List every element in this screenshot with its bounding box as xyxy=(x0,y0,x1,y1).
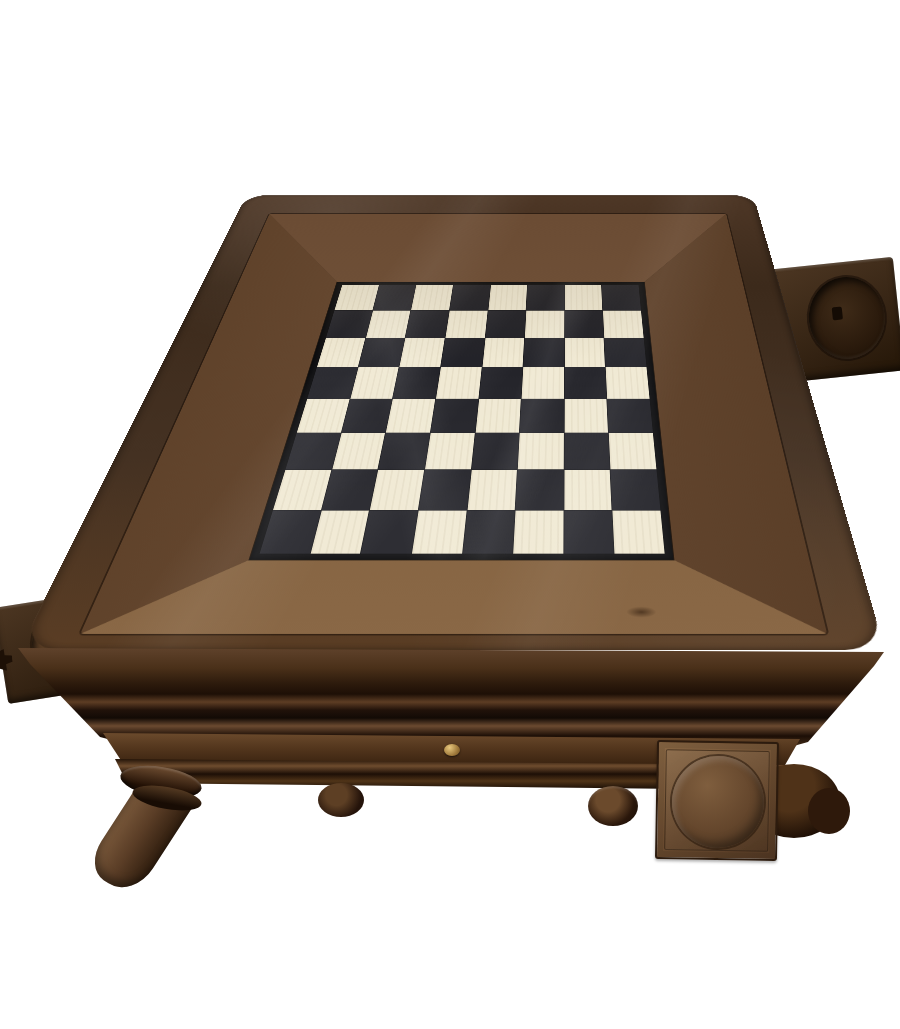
square-b6[interactable] xyxy=(358,338,404,367)
square-b5[interactable] xyxy=(350,367,399,398)
square-d8[interactable] xyxy=(450,285,490,310)
square-a8[interactable] xyxy=(334,285,378,310)
square-h3[interactable] xyxy=(609,433,656,469)
wood-knot xyxy=(627,607,657,618)
square-g2[interactable] xyxy=(564,470,612,510)
square-f1[interactable] xyxy=(513,510,563,553)
square-f7[interactable] xyxy=(525,311,564,338)
square-b2[interactable] xyxy=(322,470,378,510)
square-d7[interactable] xyxy=(445,311,487,338)
square-d1[interactable] xyxy=(412,510,466,553)
square-b4[interactable] xyxy=(341,399,392,433)
square-d5[interactable] xyxy=(436,367,481,398)
square-h1[interactable] xyxy=(613,510,665,553)
square-e3[interactable] xyxy=(471,433,519,469)
square-e1[interactable] xyxy=(463,510,515,553)
square-c3[interactable] xyxy=(378,433,429,469)
drawer-knob xyxy=(444,744,460,756)
square-a6[interactable] xyxy=(317,338,365,367)
square-f8[interactable] xyxy=(526,285,564,310)
square-h6[interactable] xyxy=(605,338,647,367)
square-d6[interactable] xyxy=(441,338,485,367)
square-e2[interactable] xyxy=(467,470,517,510)
square-a4[interactable] xyxy=(297,399,349,433)
square-g8[interactable] xyxy=(565,285,603,310)
square-e8[interactable] xyxy=(488,285,527,310)
square-g6[interactable] xyxy=(565,338,606,367)
square-c7[interactable] xyxy=(406,311,449,338)
square-d3[interactable] xyxy=(425,433,474,469)
square-a5[interactable] xyxy=(307,367,357,398)
front-left-leg xyxy=(118,763,283,889)
square-b8[interactable] xyxy=(373,285,416,310)
square-c8[interactable] xyxy=(411,285,453,310)
square-b1[interactable] xyxy=(310,510,369,553)
square-f6[interactable] xyxy=(523,338,564,367)
square-g5[interactable] xyxy=(565,367,607,398)
square-f3[interactable] xyxy=(518,433,564,469)
square-h2[interactable] xyxy=(611,470,661,510)
turned-leg-ring xyxy=(808,788,850,834)
square-c1[interactable] xyxy=(361,510,418,553)
square-f4[interactable] xyxy=(520,399,564,433)
square-b3[interactable] xyxy=(332,433,385,469)
square-a7[interactable] xyxy=(326,311,372,338)
square-b7[interactable] xyxy=(366,311,411,338)
tabletop xyxy=(19,170,900,650)
square-d4[interactable] xyxy=(431,399,478,433)
square-h8[interactable] xyxy=(602,285,641,310)
square-h4[interactable] xyxy=(607,399,652,433)
square-c4[interactable] xyxy=(386,399,435,433)
square-c6[interactable] xyxy=(400,338,445,367)
square-c2[interactable] xyxy=(370,470,424,510)
square-g1[interactable] xyxy=(564,510,614,553)
square-e6[interactable] xyxy=(482,338,524,367)
square-e4[interactable] xyxy=(475,399,521,433)
square-g3[interactable] xyxy=(564,433,610,469)
square-g4[interactable] xyxy=(564,399,608,433)
square-d2[interactable] xyxy=(419,470,471,510)
square-f5[interactable] xyxy=(522,367,564,398)
turned-leg-ring xyxy=(318,783,364,817)
tabletop-surface xyxy=(19,195,885,650)
square-e7[interactable] xyxy=(485,311,526,338)
left-tray-clasp xyxy=(0,648,14,672)
square-h7[interactable] xyxy=(603,311,643,338)
square-e5[interactable] xyxy=(479,367,523,398)
chess-table-photo xyxy=(0,0,900,1029)
square-h5[interactable] xyxy=(606,367,650,398)
square-f2[interactable] xyxy=(516,470,564,510)
front-right-leg-block xyxy=(655,740,779,861)
turned-leg-ring xyxy=(588,786,638,826)
square-g7[interactable] xyxy=(565,311,604,338)
square-c5[interactable] xyxy=(393,367,440,398)
